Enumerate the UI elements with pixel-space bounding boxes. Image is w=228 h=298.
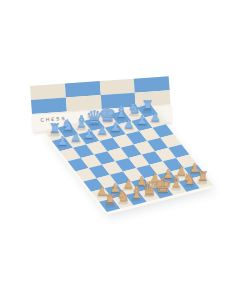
product-photo: CHESS PRINTWORKS ♜♞♝♛♚♝♞♜♟♟♟♟♟♟♟♟♟♟♟♟♟♟♟… bbox=[0, 0, 228, 298]
piece-blue-pawn: ♟ bbox=[97, 124, 108, 136]
piece-wood-rook: ♜ bbox=[196, 170, 208, 184]
piece-wood-knight: ♞ bbox=[116, 189, 129, 204]
chess-pieces: ♜♞♝♛♚♝♞♜♟♟♟♟♟♟♟♟♟♟♟♟♟♟♟♟♜♞♝♛♚♝♞♜ bbox=[0, 0, 228, 298]
piece-blue-pawn: ♟ bbox=[110, 121, 121, 133]
piece-wood-knight: ♞ bbox=[182, 172, 195, 187]
piece-wood-rook: ♜ bbox=[104, 194, 116, 208]
piece-blue-pawn: ♟ bbox=[150, 111, 161, 123]
piece-blue-pawn: ♟ bbox=[57, 134, 68, 146]
piece-blue-pawn: ♟ bbox=[84, 127, 95, 139]
piece-blue-pawn: ♟ bbox=[137, 114, 148, 126]
piece-wood-bishop: ♝ bbox=[169, 175, 183, 191]
piece-blue-pawn: ♟ bbox=[70, 131, 81, 143]
piece-blue-pawn: ♟ bbox=[123, 117, 134, 129]
